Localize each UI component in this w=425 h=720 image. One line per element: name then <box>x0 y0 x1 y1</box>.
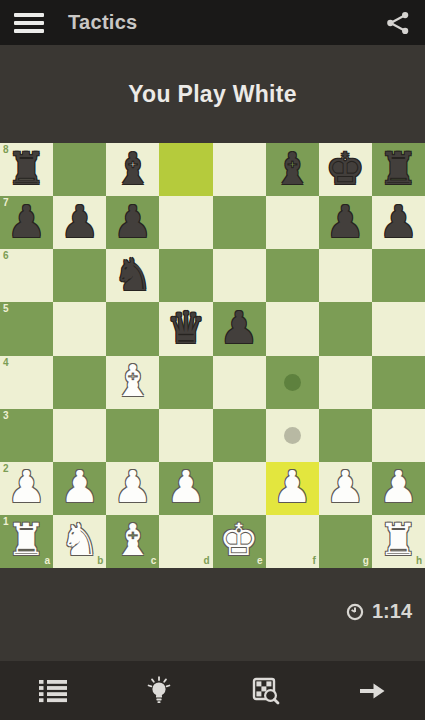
piece-white-bishop-c4[interactable]: ♝ <box>113 359 152 403</box>
square-b4[interactable] <box>53 356 106 409</box>
analysis-board-button[interactable] <box>213 661 319 720</box>
square-b5[interactable] <box>53 302 106 355</box>
square-e2[interactable] <box>213 462 266 515</box>
file-label-f: f <box>312 556 315 566</box>
square-a3[interactable]: 3 <box>0 409 53 462</box>
square-g6[interactable] <box>319 249 372 302</box>
square-h5[interactable] <box>372 302 425 355</box>
piece-white-pawn-h2[interactable]: ♟ <box>379 465 418 509</box>
square-h2[interactable]: ♟ <box>372 462 425 515</box>
square-g3[interactable] <box>319 409 372 462</box>
square-f3[interactable] <box>266 409 319 462</box>
square-d2[interactable]: ♟ <box>159 462 212 515</box>
piece-black-rook-a8[interactable]: ♜ <box>7 147 46 191</box>
square-e3[interactable] <box>213 409 266 462</box>
square-b2[interactable]: ♟ <box>53 462 106 515</box>
square-h7[interactable]: ♟ <box>372 196 425 249</box>
info-panel: 1:14 <box>0 568 425 661</box>
file-label-g: g <box>363 556 369 566</box>
square-c3[interactable] <box>106 409 159 462</box>
bottom-toolbar <box>0 661 425 720</box>
chess-board[interactable]: 8♜♝♝♚♜7♟♟♟♟♟6♞5♛♟4♝32♟♟♟♟♟♟♟1a♜b♞c♝de♚fg… <box>0 143 425 568</box>
square-c7[interactable]: ♟ <box>106 196 159 249</box>
rank-label-6: 6 <box>3 251 9 261</box>
share-icon[interactable] <box>385 10 411 36</box>
square-d3[interactable] <box>159 409 212 462</box>
file-label-d: d <box>203 556 209 566</box>
square-c8[interactable]: ♝ <box>106 143 159 196</box>
piece-white-pawn-f2[interactable]: ♟ <box>272 465 311 509</box>
piece-black-pawn-g7[interactable]: ♟ <box>326 200 365 244</box>
square-e8[interactable] <box>213 143 266 196</box>
square-g2[interactable]: ♟ <box>319 462 372 515</box>
piece-white-bishop-c1[interactable]: ♝ <box>113 518 152 562</box>
piece-black-bishop-f8[interactable]: ♝ <box>272 147 311 191</box>
piece-black-pawn-h7[interactable]: ♟ <box>379 200 418 244</box>
square-b6[interactable] <box>53 249 106 302</box>
piece-white-rook-a1[interactable]: ♜ <box>7 518 46 562</box>
square-d5[interactable]: ♛ <box>159 302 212 355</box>
square-a8[interactable]: 8♜ <box>0 143 53 196</box>
piece-black-knight-c6[interactable]: ♞ <box>113 253 152 297</box>
square-f2[interactable]: ♟ <box>266 462 319 515</box>
square-e4[interactable] <box>213 356 266 409</box>
hint-button[interactable] <box>106 661 212 720</box>
square-d1[interactable]: d <box>159 515 212 568</box>
square-h3[interactable] <box>372 409 425 462</box>
square-f5[interactable] <box>266 302 319 355</box>
square-c6[interactable]: ♞ <box>106 249 159 302</box>
square-f8[interactable]: ♝ <box>266 143 319 196</box>
square-e7[interactable] <box>213 196 266 249</box>
piece-white-pawn-g2[interactable]: ♟ <box>326 465 365 509</box>
rank-label-3: 3 <box>3 411 9 421</box>
board-magnifier-icon <box>252 677 280 705</box>
piece-black-rook-h8[interactable]: ♜ <box>379 147 418 191</box>
piece-white-pawn-d2[interactable]: ♟ <box>166 465 205 509</box>
puzzle-timer: 1:14 <box>345 600 412 623</box>
square-h6[interactable] <box>372 249 425 302</box>
square-f4[interactable] <box>266 356 319 409</box>
square-f6[interactable] <box>266 249 319 302</box>
square-g5[interactable] <box>319 302 372 355</box>
puzzle-header: You Play White <box>0 45 425 143</box>
list-icon <box>38 678 68 704</box>
square-b8[interactable] <box>53 143 106 196</box>
square-g8[interactable]: ♚ <box>319 143 372 196</box>
square-f7[interactable] <box>266 196 319 249</box>
legal-move-dot-f4[interactable] <box>284 374 301 391</box>
square-e5[interactable]: ♟ <box>213 302 266 355</box>
piece-black-pawn-b7[interactable]: ♟ <box>60 200 99 244</box>
piece-white-pawn-a2[interactable]: ♟ <box>7 465 46 509</box>
square-a7[interactable]: 7♟ <box>0 196 53 249</box>
square-d6[interactable] <box>159 249 212 302</box>
square-d4[interactable] <box>159 356 212 409</box>
square-g4[interactable] <box>319 356 372 409</box>
piece-white-rook-h1[interactable]: ♜ <box>379 518 418 562</box>
square-a2[interactable]: 2♟ <box>0 462 53 515</box>
square-h4[interactable] <box>372 356 425 409</box>
square-g1[interactable]: g <box>319 515 372 568</box>
square-c2[interactable]: ♟ <box>106 462 159 515</box>
square-d7[interactable] <box>159 196 212 249</box>
rank-label-4: 4 <box>3 358 9 368</box>
square-c1[interactable]: c♝ <box>106 515 159 568</box>
top-app-bar: Tactics <box>0 0 425 45</box>
arrow-right-icon <box>357 679 387 703</box>
square-a4[interactable]: 4 <box>0 356 53 409</box>
piece-white-king-e1[interactable]: ♚ <box>219 518 258 562</box>
square-a6[interactable]: 6 <box>0 249 53 302</box>
square-c4[interactable]: ♝ <box>106 356 159 409</box>
square-h1[interactable]: h♜ <box>372 515 425 568</box>
square-g7[interactable]: ♟ <box>319 196 372 249</box>
moves-list-button[interactable] <box>0 661 106 720</box>
hamburger-menu-icon[interactable] <box>14 13 44 33</box>
square-h8[interactable]: ♜ <box>372 143 425 196</box>
square-c5[interactable] <box>106 302 159 355</box>
piece-white-pawn-c2[interactable]: ♟ <box>113 465 152 509</box>
piece-white-pawn-b2[interactable]: ♟ <box>60 465 99 509</box>
piece-white-knight-b1[interactable]: ♞ <box>60 518 99 562</box>
square-d8[interactable] <box>159 143 212 196</box>
square-e6[interactable] <box>213 249 266 302</box>
lightbulb-icon <box>146 676 172 706</box>
piece-black-queen-d5[interactable]: ♛ <box>166 306 205 350</box>
square-a5[interactable]: 5 <box>0 302 53 355</box>
square-b3[interactable] <box>53 409 106 462</box>
rank-label-5: 5 <box>3 304 9 314</box>
clock-icon <box>345 602 365 622</box>
square-e1[interactable]: e♚ <box>213 515 266 568</box>
piece-black-bishop-c8[interactable]: ♝ <box>113 147 152 191</box>
legal-move-dot-f3[interactable] <box>284 427 301 444</box>
next-puzzle-button[interactable] <box>319 661 425 720</box>
piece-black-pawn-a7[interactable]: ♟ <box>7 200 46 244</box>
piece-black-king-g8[interactable]: ♚ <box>326 147 365 191</box>
piece-black-pawn-e5[interactable]: ♟ <box>219 306 258 350</box>
square-a1[interactable]: 1a♜ <box>0 515 53 568</box>
square-f1[interactable]: f <box>266 515 319 568</box>
timer-value: 1:14 <box>372 600 412 623</box>
page-title: Tactics <box>68 11 138 34</box>
square-b7[interactable]: ♟ <box>53 196 106 249</box>
square-b1[interactable]: b♞ <box>53 515 106 568</box>
side-to-play-label: You Play White <box>128 81 297 108</box>
piece-black-pawn-c7[interactable]: ♟ <box>113 200 152 244</box>
